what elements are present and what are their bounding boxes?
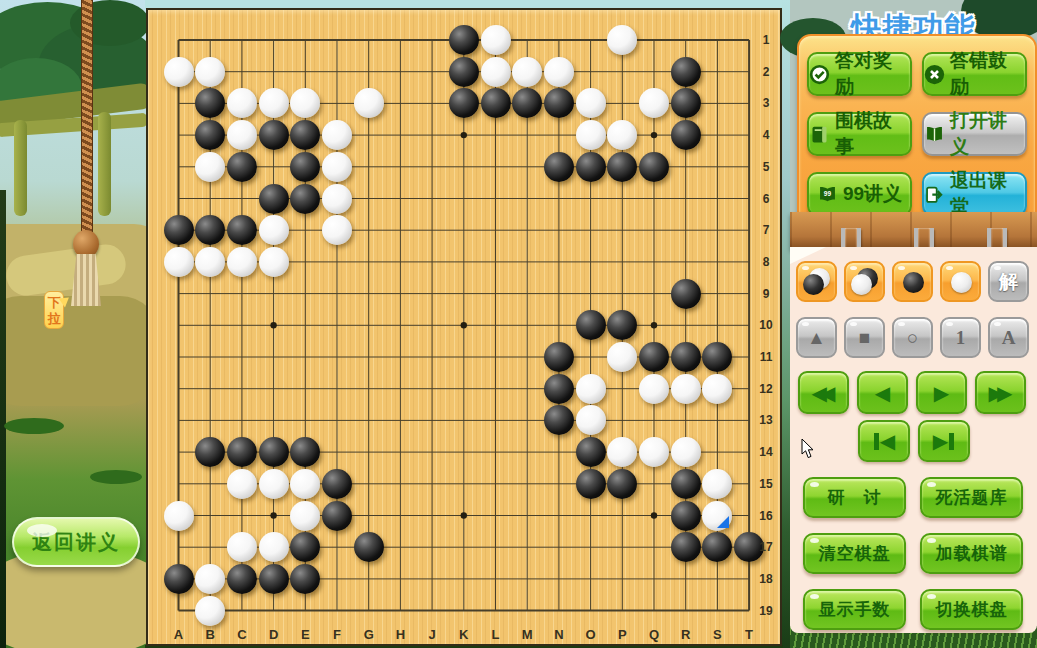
switch-board-button[interactable]: 切换棋盘 [920,589,1023,630]
white-stone-O4 [576,120,606,150]
handout-99-button[interactable]: 99 99讲义 [807,172,912,216]
black-stone-R17 [671,532,701,562]
black-stone-D18 [259,564,289,594]
white-stone-Q14 [639,437,669,467]
life-death-library-button[interactable]: 死活题库 [920,477,1023,518]
black-stone-R9 [671,279,701,309]
load-game-record-button[interactable]: 加载棋谱 [920,533,1023,574]
cliff-rock [0,296,160,406]
row-label-19: 19 [754,604,778,618]
col-label-D: D [264,627,284,642]
black-stone-C5 [227,152,257,182]
black-stone-O5 [576,152,606,182]
bamboo-post [98,112,111,216]
open-book-icon [924,124,945,145]
black-stone-F15 [322,469,352,499]
action-buttons: 研 讨死活题库清空棋盘加载棋谱显示手数切换棋盘 [803,477,1023,630]
black-stone-K2 [449,57,479,87]
black-stone-R3 [671,88,701,118]
white-stone-D17 [259,532,289,562]
x-circle-icon [924,64,945,85]
white-stone-B18 [195,564,225,594]
star-point [461,512,467,518]
white-stone-C4 [227,120,257,150]
black-stone-O10 [576,310,606,340]
white-stone-D7 [259,215,289,245]
white-stone-O3 [576,88,606,118]
col-label-M: M [517,627,537,642]
triangle-marker-glyph: ▲ [807,327,826,349]
letter-marker-tool[interactable]: A [988,317,1029,358]
black-stone-glyph [903,272,924,293]
black-stone-C7 [227,215,257,245]
black-stone-D4 [259,120,289,150]
step-forward-button[interactable]: ▶ [916,371,967,414]
double-right-triangle-icon: ▶▶ [989,381,1013,405]
black-stone-D14 [259,437,289,467]
left-scenery: 下拉 返回讲义 [0,0,146,648]
black-stone-A7 [164,215,194,245]
star-point [651,512,657,518]
col-label-R: R [676,627,696,642]
black-stone-Q11 [639,342,669,372]
letter-marker-glyph: A [1002,327,1016,349]
number-marker-glyph: 1 [956,327,966,349]
open-handout-button[interactable]: 打开讲义 [922,112,1027,156]
white-stone-S16 [702,501,732,531]
white-stone-B5 [195,152,225,182]
white-stone-R14 [671,437,701,467]
end-bar-icon [949,433,954,450]
hanging-rope [81,0,93,238]
exit-class-button[interactable]: 退出课堂 [922,172,1027,216]
button-label: 99讲义 [843,181,902,207]
triangle-marker-tool[interactable]: ▲ [796,317,837,358]
white-stone-F6 [322,184,352,214]
white-stone-D8 [259,247,289,277]
col-label-N: N [549,627,569,642]
white-stone-glyph [851,274,872,295]
skip-row: ◀▶ [858,420,970,462]
discuss-button[interactable]: 研 讨 [803,477,906,518]
black-stone-K1 [449,25,479,55]
black-stone-E18 [290,564,320,594]
answer-correct-reward-button[interactable]: 答对奖励 [807,52,912,96]
row-label-9: 9 [754,287,778,301]
white-stone-C17 [227,532,257,562]
black-stone-R2 [671,57,701,87]
place-black-stone-tool[interactable] [892,261,933,302]
row-label-1: 1 [754,33,778,47]
white-stone-S15 [702,469,732,499]
place-white-stone-tool[interactable] [940,261,981,302]
white-stone-F5 [322,152,352,182]
button-label: 打开讲义 [950,108,1025,160]
answer-tool[interactable]: 解 [988,261,1029,302]
black-stone-E5 [290,152,320,182]
white-stone-O13 [576,405,606,435]
white-stone-F4 [322,120,352,150]
answer-wrong-encourage-button[interactable]: 答错鼓励 [922,52,1027,96]
quick-function-panel: 答对奖励 答错鼓励 围棋故事 打开讲义 [797,34,1037,225]
white-stone-S12 [702,374,732,404]
grass-tuft [4,418,64,434]
row-label-10: 10 [754,318,778,332]
black-stone-O14 [576,437,606,467]
col-label-P: P [612,627,632,642]
svg-text:99: 99 [824,189,832,196]
white-stone-L1 [481,25,511,55]
white-stone-B19 [195,596,225,626]
star-point [270,512,276,518]
white-stone-glyph [951,272,972,293]
col-label-S: S [707,627,727,642]
row-label-18: 18 [754,572,778,586]
row-label-6: 6 [754,192,778,206]
fast-forward-button[interactable]: ▶▶ [975,371,1026,414]
left-triangle-icon: ◀ [875,381,890,405]
col-label-F: F [327,627,347,642]
clear-board-button[interactable]: 清空棋盘 [803,533,906,574]
double-left-triangle-icon: ◀◀ [812,381,836,405]
black-stone-glyph [803,274,824,295]
star-point [651,132,657,138]
markup-tool-row: ▲■○1A [796,317,1029,358]
black-stone-Q5 [639,152,669,182]
col-label-C: C [232,627,252,642]
col-label-A: A [169,627,189,642]
button-label: 围棋故事 [835,108,910,160]
bamboo-post [14,120,27,216]
right-triangle-icon: ▶ [933,429,948,453]
col-label-O: O [581,627,601,642]
number-marker-tool[interactable]: 1 [940,317,981,358]
white-stone-B2 [195,57,225,87]
pull-down-tab[interactable]: 下拉 [44,291,64,329]
go-board[interactable]: ABCDEFGHJKLMNOPQRST123456789101112131415… [146,8,782,646]
col-label-H: H [390,627,410,642]
navigation-row: ◀◀◀▶▶▶ [798,371,1026,414]
row-label-2: 2 [754,65,778,79]
black-stone-E6 [290,184,320,214]
row-label-16: 16 [754,509,778,523]
start-bar-icon [874,433,879,450]
white-stone-E15 [290,469,320,499]
row-label-15: 15 [754,477,778,491]
black-stone-G17 [354,532,384,562]
go-story-button[interactable]: 围棋故事 [807,112,912,156]
col-label-L: L [486,627,506,642]
col-label-T: T [739,627,759,642]
check-circle-icon [809,64,830,85]
white-stone-F7 [322,215,352,245]
white-stone-C15 [227,469,257,499]
step-back-button[interactable]: ◀ [857,371,908,414]
grass-tuft [90,470,142,484]
white-stone-A2 [164,57,194,87]
stone-tool-row: 解 [796,261,1029,302]
black-stone-R11 [671,342,701,372]
star-point [461,322,467,328]
white-stone-D3 [259,88,289,118]
black-stone-P5 [607,152,637,182]
white-stone-D15 [259,469,289,499]
row-label-12: 12 [754,382,778,396]
app-window: 下拉 返回讲义 ABCDEFGHJKLMNOPQRST1234567891011… [0,0,1037,648]
scenery-edge-shadow [0,190,6,648]
col-label-J: J [422,627,442,642]
star-point [270,322,276,328]
black-stone-R16 [671,501,701,531]
circle-marker-glyph: ○ [907,327,918,349]
col-label-Q: Q [644,627,664,642]
white-stone-O12 [576,374,606,404]
fast-rewind-button[interactable]: ◀◀ [798,371,849,414]
row-label-17: 17 [754,540,778,554]
black-stone-N12 [544,374,574,404]
background-gap [782,0,790,648]
black-stone-N11 [544,342,574,372]
star-point [651,322,657,328]
white-stone-N2 [544,57,574,87]
black-stone-A18 [164,564,194,594]
white-stone-B8 [195,247,225,277]
white-stone-A8 [164,247,194,277]
row-label-5: 5 [754,160,778,174]
col-label-B: B [200,627,220,642]
row-label-13: 13 [754,413,778,427]
white-stone-E16 [290,501,320,531]
square-marker-glyph: ■ [859,327,870,349]
answer-tool-label: 解 [999,269,1018,295]
black-stone-D6 [259,184,289,214]
row-label-7: 7 [754,223,778,237]
black-stone-R15 [671,469,701,499]
return-handout-button[interactable]: 返回讲义 [12,517,140,567]
black-stone-L3 [481,88,511,118]
right-triangle-icon: ▶ [934,381,949,405]
show-move-numbers-button[interactable]: 显示手数 [803,589,906,630]
black-stone-C14 [227,437,257,467]
to-end-button[interactable]: ▶ [918,420,970,462]
white-stone-A16 [164,501,194,531]
button-label: 答错鼓励 [950,48,1025,100]
white-stone-M2 [512,57,542,87]
white-stone-C8 [227,247,257,277]
square-marker-tool[interactable]: ■ [844,317,885,358]
col-label-G: G [359,627,379,642]
row-label-14: 14 [754,445,778,459]
place-black-white-pair-tool[interactable] [796,261,837,302]
row-label-3: 3 [754,96,778,110]
black-stone-N5 [544,152,574,182]
row-label-8: 8 [754,255,778,269]
exit-door-icon [924,184,945,205]
row-label-4: 4 [754,128,778,142]
button-label: 答对奖励 [835,48,910,100]
rope-tassel-knot [73,230,99,258]
black-stone-C18 [227,564,257,594]
book-icon [809,124,830,145]
black-stone-P15 [607,469,637,499]
book-99-icon: 99 [817,184,838,205]
white-stone-L2 [481,57,511,87]
row-label-11: 11 [754,350,778,364]
mouse-cursor [801,439,815,459]
last-move-triangle-marker [717,516,729,528]
black-stone-K3 [449,88,479,118]
black-stone-O15 [576,469,606,499]
place-white-black-pair-tool[interactable] [844,261,885,302]
white-stone-G3 [354,88,384,118]
black-stone-F16 [322,501,352,531]
white-stone-R12 [671,374,701,404]
white-stone-Q12 [639,374,669,404]
star-point [461,132,467,138]
col-label-E: E [295,627,315,642]
left-triangle-icon: ◀ [880,429,895,453]
circle-marker-tool[interactable]: ○ [892,317,933,358]
to-start-button[interactable]: ◀ [858,420,910,462]
black-stone-R4 [671,120,701,150]
col-label-K: K [454,627,474,642]
